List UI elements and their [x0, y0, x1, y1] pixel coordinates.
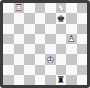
square-b3[interactable]: [14, 54, 25, 64]
square-e7[interactable]: [45, 13, 56, 23]
chess-board: ♜♖♞♘♚♟♙♚♔♜: [0, 0, 90, 88]
square-d5[interactable]: [35, 34, 46, 44]
white-rook: ♖: [14, 3, 25, 13]
square-c8[interactable]: [24, 3, 35, 13]
white-pawn: ♙: [66, 34, 77, 44]
square-a6[interactable]: [3, 24, 14, 34]
square-b1[interactable]: [14, 75, 25, 85]
square-g4[interactable]: [66, 44, 77, 54]
square-g1[interactable]: [66, 75, 77, 85]
square-f5[interactable]: [56, 34, 67, 44]
square-d3[interactable]: [35, 54, 46, 64]
square-a1[interactable]: [3, 75, 14, 85]
square-a5[interactable]: [3, 34, 14, 44]
square-g3[interactable]: [66, 54, 77, 64]
square-e2[interactable]: [45, 65, 56, 75]
square-b6[interactable]: [14, 24, 25, 34]
white-king-fill: ♚: [45, 54, 56, 64]
white-pawn-fill: ♟: [66, 34, 77, 44]
square-a8[interactable]: [3, 3, 14, 13]
black-king: ♚: [56, 13, 67, 23]
square-g6[interactable]: [66, 24, 77, 34]
square-h1[interactable]: [77, 75, 88, 85]
square-d7[interactable]: [35, 13, 46, 23]
square-d4[interactable]: [35, 44, 46, 54]
square-d1[interactable]: [35, 75, 46, 85]
square-h5[interactable]: [77, 34, 88, 44]
square-c4[interactable]: [24, 44, 35, 54]
square-b8[interactable]: ♜♖: [14, 3, 25, 13]
square-g5[interactable]: ♟♙: [66, 34, 77, 44]
square-h4[interactable]: [77, 44, 88, 54]
white-knight: ♘: [56, 3, 67, 13]
square-c2[interactable]: [24, 65, 35, 75]
square-g7[interactable]: [66, 13, 77, 23]
square-e8[interactable]: [45, 3, 56, 13]
square-a2[interactable]: [3, 65, 14, 75]
square-f6[interactable]: [56, 24, 67, 34]
square-b7[interactable]: [14, 13, 25, 23]
square-d6[interactable]: [35, 24, 46, 34]
square-a4[interactable]: [3, 44, 14, 54]
square-e6[interactable]: [45, 24, 56, 34]
square-c7[interactable]: [24, 13, 35, 23]
black-rook: ♜: [56, 75, 67, 85]
square-f1[interactable]: ♜: [56, 75, 67, 85]
square-b4[interactable]: [14, 44, 25, 54]
square-c5[interactable]: [24, 34, 35, 44]
white-rook-fill: ♜: [14, 3, 25, 13]
square-h3[interactable]: [77, 54, 88, 64]
square-a3[interactable]: [3, 54, 14, 64]
square-f4[interactable]: [56, 44, 67, 54]
square-d2[interactable]: [35, 65, 46, 75]
square-f7[interactable]: ♚: [56, 13, 67, 23]
square-c3[interactable]: [24, 54, 35, 64]
white-knight-fill: ♞: [56, 3, 67, 13]
square-a7[interactable]: [3, 13, 14, 23]
square-f3[interactable]: [56, 54, 67, 64]
square-h8[interactable]: [77, 3, 88, 13]
square-e4[interactable]: [45, 44, 56, 54]
square-f8[interactable]: ♞♘: [56, 3, 67, 13]
square-e1[interactable]: [45, 75, 56, 85]
square-b2[interactable]: [14, 65, 25, 75]
square-b5[interactable]: [14, 34, 25, 44]
square-c1[interactable]: [24, 75, 35, 85]
square-f2[interactable]: [56, 65, 67, 75]
square-g8[interactable]: [66, 3, 77, 13]
white-king: ♔: [45, 54, 56, 64]
square-e3[interactable]: ♚♔: [45, 54, 56, 64]
square-h2[interactable]: [77, 65, 88, 75]
square-e5[interactable]: [45, 34, 56, 44]
square-c6[interactable]: [24, 24, 35, 34]
square-h7[interactable]: [77, 13, 88, 23]
square-h6[interactable]: [77, 24, 88, 34]
square-d8[interactable]: [35, 3, 46, 13]
square-g2[interactable]: [66, 65, 77, 75]
